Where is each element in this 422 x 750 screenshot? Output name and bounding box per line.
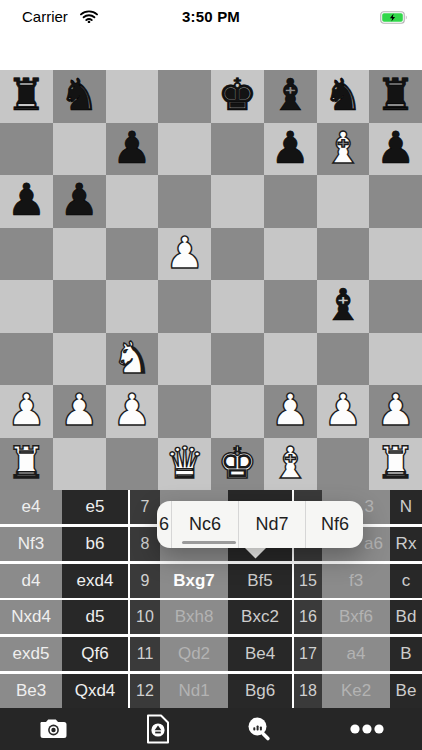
square-f8[interactable]: ♝ <box>264 70 317 123</box>
move-cell[interactable]: e4 <box>0 490 62 524</box>
square-f7[interactable]: ♟ <box>264 123 317 176</box>
move-cell[interactable]: Rx <box>390 527 422 561</box>
black-rook: ♜ <box>7 73 46 117</box>
move-cell[interactable]: Bxh8 <box>160 600 228 634</box>
move-cell[interactable]: Bf5 <box>228 564 292 598</box>
move-number-cell[interactable]: 7 <box>130 490 160 524</box>
square-h3[interactable] <box>369 333 422 386</box>
status-bar: Carrier 3:50 PM <box>0 0 422 34</box>
square-d2[interactable] <box>158 385 211 438</box>
square-c5[interactable] <box>106 228 159 281</box>
square-d7[interactable] <box>158 123 211 176</box>
square-e6[interactable] <box>211 175 264 228</box>
black-pawn: ♟ <box>376 126 415 170</box>
square-f5[interactable] <box>264 228 317 281</box>
square-a4[interactable] <box>0 280 53 333</box>
battery-icon <box>380 10 408 28</box>
square-c7[interactable]: ♟ <box>106 123 159 176</box>
square-e2[interactable] <box>211 385 264 438</box>
black-bishop: ♝ <box>323 283 362 327</box>
move-cell[interactable]: d5 <box>62 600 128 634</box>
square-a5[interactable] <box>0 228 53 281</box>
black-bishop: ♝ <box>270 73 309 117</box>
move-cell[interactable]: d4 <box>0 564 62 598</box>
white-king: ♚ <box>218 441 257 485</box>
popup-move-option[interactable]: Nd7 <box>238 501 305 548</box>
move-cell[interactable]: e5 <box>62 490 128 524</box>
move-cell[interactable]: f3 <box>322 564 390 598</box>
move-cell[interactable]: Bxf6 <box>322 600 390 634</box>
move-cell[interactable]: Qd2 <box>160 637 228 671</box>
square-a2[interactable]: ♟ <box>0 385 53 438</box>
move-number-cell[interactable]: 16 <box>294 600 322 634</box>
move-number-cell[interactable]: 9 <box>130 564 160 598</box>
game-document-button[interactable] <box>136 710 180 748</box>
clock: 3:50 PM <box>0 8 422 25</box>
square-g4[interactable]: ♝ <box>317 280 370 333</box>
move-cell[interactable]: N <box>390 490 422 524</box>
square-d1[interactable]: ♛ <box>158 438 211 491</box>
square-g6[interactable] <box>317 175 370 228</box>
black-pawn: ♟ <box>112 126 151 170</box>
white-bishop: ♝ <box>323 126 362 170</box>
camera-icon <box>38 717 70 741</box>
move-cell[interactable]: Bg6 <box>228 674 292 708</box>
square-g7[interactable]: ♝ <box>317 123 370 176</box>
square-f4[interactable] <box>264 280 317 333</box>
move-cell[interactable]: Be <box>390 674 422 708</box>
square-e4[interactable] <box>211 280 264 333</box>
black-pawn: ♟ <box>7 178 46 222</box>
square-e8[interactable]: ♚ <box>211 70 264 123</box>
move-cell[interactable]: b6 <box>62 527 128 561</box>
square-h6[interactable] <box>369 175 422 228</box>
move-number-cell[interactable]: 8 <box>130 527 160 561</box>
move-cell[interactable]: Be3 <box>0 674 62 708</box>
square-d6[interactable] <box>158 175 211 228</box>
move-cell[interactable]: Qxd4 <box>62 674 128 708</box>
square-b7[interactable] <box>53 123 106 176</box>
square-b1[interactable] <box>53 438 106 491</box>
square-d5[interactable]: ♟ <box>158 228 211 281</box>
move-number-cell[interactable]: 12 <box>130 674 160 708</box>
popup-move-option-partial[interactable]: 6 <box>157 501 171 548</box>
move-cell[interactable]: Nd1 <box>160 674 228 708</box>
square-h5[interactable] <box>369 228 422 281</box>
square-b4[interactable] <box>53 280 106 333</box>
move-cell[interactable]: Nxd4 <box>0 600 62 634</box>
black-king: ♚ <box>218 73 257 117</box>
black-pawn: ♟ <box>270 126 309 170</box>
square-h1[interactable]: ♜ <box>369 438 422 491</box>
square-e5[interactable] <box>211 228 264 281</box>
black-knight: ♞ <box>323 73 362 117</box>
black-knight: ♞ <box>59 73 98 117</box>
square-f2[interactable]: ♟ <box>264 385 317 438</box>
document-export-icon <box>146 714 170 744</box>
white-knight: ♞ <box>112 336 151 380</box>
white-rook: ♜ <box>7 441 46 485</box>
popup-move-option[interactable]: Nc6 <box>171 501 238 548</box>
move-cell[interactable]: Qf6 <box>62 637 128 671</box>
white-pawn: ♟ <box>112 388 151 432</box>
popup-move-option[interactable]: Nf6 <box>305 501 363 548</box>
move-cell[interactable]: exd4 <box>62 564 128 598</box>
square-g2[interactable]: ♟ <box>317 385 370 438</box>
square-f1[interactable]: ♝ <box>264 438 317 491</box>
black-pawn: ♟ <box>59 178 98 222</box>
move-cell[interactable]: Bxc2 <box>228 600 292 634</box>
move-cell[interactable]: Ke2 <box>322 674 390 708</box>
camera-button[interactable] <box>28 713 80 745</box>
square-f3[interactable] <box>264 333 317 386</box>
move-number-cell[interactable]: 11 <box>130 637 160 671</box>
white-pawn: ♟ <box>323 388 362 432</box>
square-b6[interactable]: ♟ <box>53 175 106 228</box>
bottom-toolbar <box>0 708 422 750</box>
move-cell[interactable]: Bxg7 <box>160 564 228 598</box>
square-d8[interactable] <box>158 70 211 123</box>
square-g5[interactable] <box>317 228 370 281</box>
square-a6[interactable]: ♟ <box>0 175 53 228</box>
square-e7[interactable] <box>211 123 264 176</box>
square-g3[interactable] <box>317 333 370 386</box>
white-queen: ♛ <box>165 441 204 485</box>
square-h4[interactable] <box>369 280 422 333</box>
analysis-search-button[interactable] <box>236 711 284 747</box>
square-c6[interactable] <box>106 175 159 228</box>
square-d3[interactable] <box>158 333 211 386</box>
move-cell[interactable]: a4 <box>322 637 390 671</box>
move-cell[interactable]: Nf3 <box>0 527 62 561</box>
square-b2[interactable]: ♟ <box>53 385 106 438</box>
more-icon <box>350 723 384 735</box>
square-c1[interactable] <box>106 438 159 491</box>
square-h7[interactable]: ♟ <box>369 123 422 176</box>
square-b5[interactable] <box>53 228 106 281</box>
square-a7[interactable] <box>0 123 53 176</box>
alternative-moves-popup: 6Nc6Nd7Nf6 <box>157 501 363 548</box>
square-c2[interactable]: ♟ <box>106 385 159 438</box>
black-rook: ♜ <box>376 73 415 117</box>
white-pawn: ♟ <box>165 231 204 275</box>
square-a1[interactable]: ♜ <box>0 438 53 491</box>
move-number-cell[interactable]: 10 <box>130 600 160 634</box>
square-d4[interactable] <box>158 280 211 333</box>
square-c8[interactable] <box>106 70 159 123</box>
move-cell[interactable]: Be4 <box>228 637 292 671</box>
move-number-cell[interactable]: 15 <box>294 564 322 598</box>
square-h2[interactable]: ♟ <box>369 385 422 438</box>
white-bishop: ♝ <box>270 441 309 485</box>
move-cell[interactable]: exd5 <box>0 637 62 671</box>
chess-board: ♜♞♚♝♞♜♟♟♝♟♟♟♟♝♞♟♟♟♟♟♟♜♛♚♝♜ <box>0 70 422 490</box>
move-number-cell[interactable]: 18 <box>294 674 322 708</box>
square-b3[interactable] <box>53 333 106 386</box>
square-c4[interactable] <box>106 280 159 333</box>
more-button[interactable] <box>340 719 394 739</box>
white-rook: ♜ <box>376 441 415 485</box>
square-a3[interactable] <box>0 333 53 386</box>
white-pawn: ♟ <box>270 388 309 432</box>
search-analysis-icon <box>246 715 274 743</box>
move-cell[interactable]: B <box>390 637 422 671</box>
square-c3[interactable]: ♞ <box>106 333 159 386</box>
square-f6[interactable] <box>264 175 317 228</box>
square-e3[interactable] <box>211 333 264 386</box>
square-g1[interactable] <box>317 438 370 491</box>
square-b8[interactable]: ♞ <box>53 70 106 123</box>
move-cell[interactable]: c <box>390 564 422 598</box>
square-h8[interactable]: ♜ <box>369 70 422 123</box>
white-pawn: ♟ <box>59 388 98 432</box>
app-screen: Carrier 3:50 PM ♜♞♚♝♞♜♟♟♝♟♟♟♟♝♞♟♟♟♟♟♟♜♛♚… <box>0 0 422 750</box>
square-e1[interactable]: ♚ <box>211 438 264 491</box>
move-cell[interactable]: Bd <box>390 600 422 634</box>
white-pawn: ♟ <box>7 388 46 432</box>
white-pawn: ♟ <box>376 388 415 432</box>
square-a8[interactable]: ♜ <box>0 70 53 123</box>
move-number-cell[interactable]: 17 <box>294 637 322 671</box>
square-g8[interactable]: ♞ <box>317 70 370 123</box>
